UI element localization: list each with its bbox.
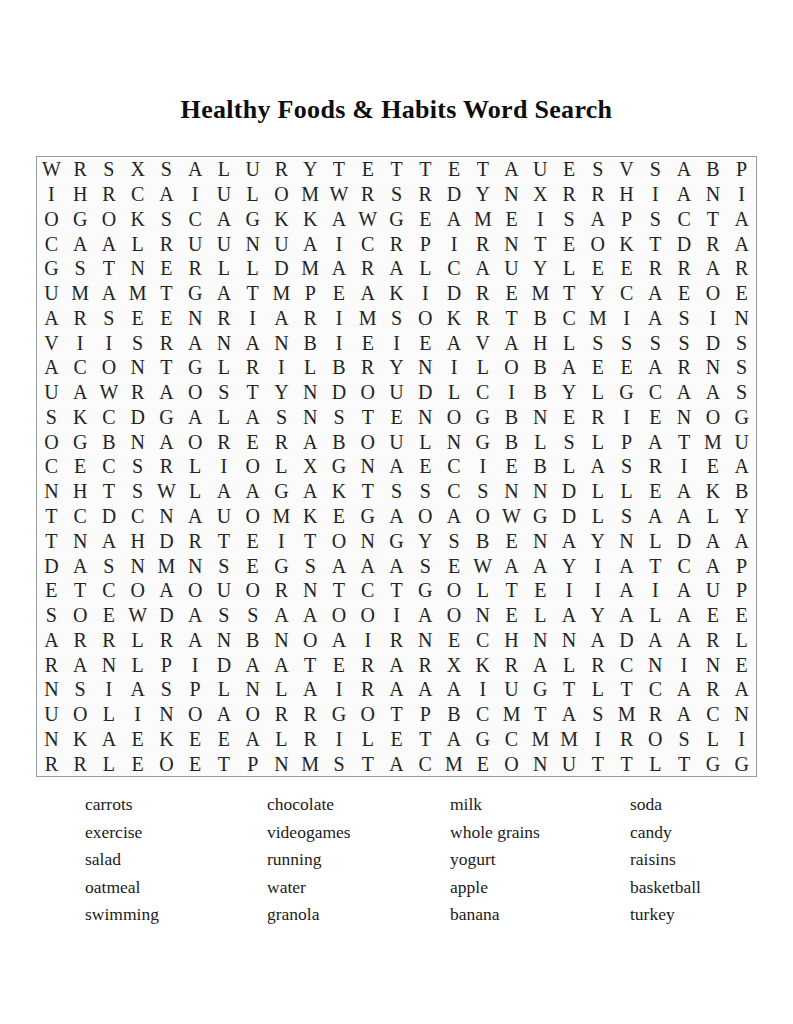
grid-cell: R [583, 182, 612, 207]
grid-cell: S [95, 553, 124, 578]
word-bank-item: videogames [267, 819, 351, 847]
grid-cell: T [583, 751, 612, 776]
grid-cell: N [411, 355, 440, 380]
grid-cell: T [152, 355, 181, 380]
grid-cell: S [382, 306, 411, 331]
word-bank-item: salad [85, 846, 159, 874]
grid-cell: T [526, 702, 555, 727]
grid-cell: B [238, 627, 267, 652]
grid-cell: L [583, 677, 612, 702]
grid-cell: A [181, 603, 210, 628]
grid-cell: G [181, 355, 210, 380]
grid-cell: U [210, 504, 239, 529]
grid-cell: N [123, 355, 152, 380]
grid-cell: G [66, 429, 95, 454]
grid-cell: E [497, 603, 526, 628]
grid-cell: R [641, 454, 670, 479]
grid-cell: C [440, 256, 469, 281]
grid-cell: A [440, 677, 469, 702]
grid-cell: C [468, 627, 497, 652]
grid-cell: I [37, 182, 66, 207]
grid-cell: Y [555, 553, 584, 578]
grid-cell: O [325, 603, 354, 628]
grid-cell: K [152, 726, 181, 751]
grid-cell: N [698, 355, 727, 380]
grid-cell: Y [267, 380, 296, 405]
grid-cell: A [95, 281, 124, 306]
grid-cell: T [612, 751, 641, 776]
grid-cell: L [123, 231, 152, 256]
grid-cell: T [411, 726, 440, 751]
grid-cell: R [670, 355, 699, 380]
grid-cell: A [583, 627, 612, 652]
grid-cell: S [612, 504, 641, 529]
grid-cell: U [181, 231, 210, 256]
grid-cell: E [583, 256, 612, 281]
grid-cell: U [238, 157, 267, 182]
grid-cell: B [727, 479, 756, 504]
grid-cell: K [468, 652, 497, 677]
grid-cell: K [698, 479, 727, 504]
grid-cell: E [698, 603, 727, 628]
grid-cell: C [612, 652, 641, 677]
grid-cell: N [152, 504, 181, 529]
grid-cell: R [353, 355, 382, 380]
grid-cell: E [353, 157, 382, 182]
grid-cell: E [123, 726, 152, 751]
grid-cell: O [641, 726, 670, 751]
grid-cell: S [555, 207, 584, 232]
grid-cell: M [612, 702, 641, 727]
grid-cell: E [66, 454, 95, 479]
grid-cell: E [238, 528, 267, 553]
grid-cell: E [382, 405, 411, 430]
grid-cell: W [152, 479, 181, 504]
grid-cell: T [37, 504, 66, 529]
grid-cell: L [583, 380, 612, 405]
grid-cell: N [210, 627, 239, 652]
grid-cell: M [698, 429, 727, 454]
grid-cell: R [555, 182, 584, 207]
grid-cell: A [698, 553, 727, 578]
grid-cell: R [382, 627, 411, 652]
grid-cell: L [267, 677, 296, 702]
grid-cell: I [181, 182, 210, 207]
grid-cell: O [238, 454, 267, 479]
grid-cell: L [210, 355, 239, 380]
grid-cell: N [210, 330, 239, 355]
grid-cell: S [411, 553, 440, 578]
grid-cell: I [670, 454, 699, 479]
grid-cell: U [37, 702, 66, 727]
word-bank-item: raisins [630, 846, 701, 874]
grid-cell: I [325, 231, 354, 256]
grid-cell: R [66, 306, 95, 331]
grid-cell: T [698, 207, 727, 232]
grid-cell: W [497, 504, 526, 529]
grid-cell: M [296, 751, 325, 776]
grid-cell: S [670, 726, 699, 751]
grid-cell: A [181, 405, 210, 430]
grid-cell: T [612, 677, 641, 702]
grid-cell: G [325, 454, 354, 479]
grid-cell: G [267, 479, 296, 504]
grid-cell: I [497, 380, 526, 405]
grid-cell: L [210, 405, 239, 430]
grid-cell: C [440, 454, 469, 479]
grid-cell: A [698, 256, 727, 281]
grid-cell: R [238, 355, 267, 380]
grid-cell: G [612, 380, 641, 405]
grid-cell: H [526, 330, 555, 355]
grid-cell: T [641, 553, 670, 578]
page-title: Healthy Foods & Habits Word Search [0, 95, 793, 125]
grid-cell: M [555, 726, 584, 751]
grid-cell: O [353, 603, 382, 628]
grid-cell: A [181, 627, 210, 652]
grid-cell: S [238, 603, 267, 628]
grid-cell: M [353, 306, 382, 331]
word-bank-item: yogurt [450, 846, 540, 874]
grid-cell: T [238, 281, 267, 306]
grid-cell: I [382, 330, 411, 355]
grid-cell: T [555, 677, 584, 702]
grid-cell: T [95, 256, 124, 281]
grid-cell: E [440, 553, 469, 578]
grid-cell: A [181, 157, 210, 182]
grid-cell: I [612, 405, 641, 430]
grid-cell: N [497, 182, 526, 207]
grid-cell: A [382, 256, 411, 281]
grid-cell: L [238, 256, 267, 281]
grid-cell: T [670, 751, 699, 776]
grid-cell: I [670, 652, 699, 677]
grid-cell: B [325, 355, 354, 380]
grid-cell: A [440, 207, 469, 232]
grid-cell: N [123, 429, 152, 454]
grid-cell: B [526, 355, 555, 380]
grid-cell: L [555, 256, 584, 281]
grid-cell: A [641, 281, 670, 306]
word-bank-item: banana [450, 901, 540, 929]
grid-cell: I [325, 306, 354, 331]
grid-cell: T [497, 578, 526, 603]
grid-cell: G [727, 405, 756, 430]
grid-cell: N [497, 479, 526, 504]
grid-cell: R [181, 256, 210, 281]
grid-cell: E [583, 355, 612, 380]
grid-cell: C [670, 207, 699, 232]
grid-cell: L [411, 256, 440, 281]
grid-cell: X [123, 157, 152, 182]
grid-cell: A [440, 504, 469, 529]
grid-cell: U [526, 157, 555, 182]
grid-cell: R [382, 231, 411, 256]
grid-cell: A [353, 553, 382, 578]
grid-cell: A [497, 330, 526, 355]
grid-cell: C [95, 405, 124, 430]
grid-cell: I [210, 454, 239, 479]
grid-cell: T [66, 578, 95, 603]
word-bank-item: basketball [630, 874, 701, 902]
grid-cell: A [382, 677, 411, 702]
grid-cell: E [727, 652, 756, 677]
word-bank-column: sodacandyraisinsbasketballturkey [630, 791, 701, 929]
grid-cell: L [210, 157, 239, 182]
grid-cell: O [181, 380, 210, 405]
grid-cell: A [66, 231, 95, 256]
grid-cell: S [641, 207, 670, 232]
grid-cell: R [37, 751, 66, 776]
grid-cell: W [353, 207, 382, 232]
grid-cell: D [670, 528, 699, 553]
grid-cell: O [238, 578, 267, 603]
grid-cell: C [66, 355, 95, 380]
grid-cell: U [497, 256, 526, 281]
grid-cell: I [583, 578, 612, 603]
grid-cell: N [238, 677, 267, 702]
grid-cell: L [526, 603, 555, 628]
grid-cell: M [123, 281, 152, 306]
grid-cell: R [698, 677, 727, 702]
word-bank-item: milk [450, 791, 540, 819]
grid-cell: N [411, 627, 440, 652]
grid-cell: D [37, 553, 66, 578]
grid-cell: O [325, 528, 354, 553]
grid-cell: A [440, 330, 469, 355]
grid-cell: C [181, 207, 210, 232]
grid-cell: E [382, 726, 411, 751]
grid-cell: E [210, 726, 239, 751]
grid-cell: G [152, 405, 181, 430]
grid-cell: N [353, 454, 382, 479]
grid-cell: N [612, 528, 641, 553]
grid-cell: E [497, 281, 526, 306]
grid-cell: S [440, 528, 469, 553]
grid-cell: N [468, 603, 497, 628]
grid-cell: G [468, 726, 497, 751]
grid-cell: I [698, 306, 727, 331]
grid-cell: S [210, 380, 239, 405]
grid-cell: L [727, 627, 756, 652]
grid-cell: G [382, 207, 411, 232]
grid-cell: O [123, 578, 152, 603]
grid-cell: I [727, 726, 756, 751]
grid-cell: E [152, 306, 181, 331]
grid-cell: E [526, 578, 555, 603]
word-bank-item: candy [630, 819, 701, 847]
grid-cell: P [727, 157, 756, 182]
grid-cell: B [526, 306, 555, 331]
grid-cell: E [123, 306, 152, 331]
grid-cell: A [95, 528, 124, 553]
grid-cell: L [468, 355, 497, 380]
grid-cell: O [440, 603, 469, 628]
grid-cell: Y [468, 182, 497, 207]
grid-cell: A [238, 652, 267, 677]
grid-cell: A [382, 652, 411, 677]
grid-cell: I [325, 726, 354, 751]
grid-cell: L [583, 504, 612, 529]
grid-cell: O [353, 429, 382, 454]
grid-cell: A [555, 528, 584, 553]
grid-cell: M [526, 281, 555, 306]
grid-cell: A [612, 578, 641, 603]
grid-cell: O [411, 306, 440, 331]
grid-cell: V [37, 330, 66, 355]
grid-cell: O [698, 405, 727, 430]
grid-cell: U [698, 578, 727, 603]
grid-cell: N [123, 553, 152, 578]
grid-cell: L [353, 726, 382, 751]
grid-cell: Y [296, 157, 325, 182]
grid-cell: I [267, 528, 296, 553]
grid-cell: D [555, 504, 584, 529]
grid-cell: A [238, 330, 267, 355]
grid-cell: M [267, 504, 296, 529]
grid-cell: I [555, 578, 584, 603]
grid-cell: A [382, 504, 411, 529]
grid-cell: H [123, 528, 152, 553]
grid-cell: M [152, 553, 181, 578]
grid-cell: R [353, 256, 382, 281]
grid-cell: S [641, 330, 670, 355]
grid-cell: S [670, 306, 699, 331]
grid-cell: U [497, 677, 526, 702]
grid-cell: Y [555, 380, 584, 405]
grid-cell: A [152, 182, 181, 207]
grid-cell: O [698, 281, 727, 306]
grid-cell: E [123, 751, 152, 776]
grid-cell: C [555, 306, 584, 331]
grid-cell: U [210, 231, 239, 256]
grid-cell: P [727, 578, 756, 603]
grid-cell: I [583, 553, 612, 578]
grid-cell: I [612, 306, 641, 331]
grid-cell: I [641, 578, 670, 603]
grid-cell: E [497, 207, 526, 232]
grid-cell: X [296, 454, 325, 479]
grid-cell: U [382, 429, 411, 454]
grid-cell: O [353, 380, 382, 405]
grid-cell: A [382, 454, 411, 479]
grid-cell: R [468, 231, 497, 256]
grid-cell: U [382, 380, 411, 405]
grid-cell: D [555, 479, 584, 504]
grid-cell: C [37, 454, 66, 479]
grid-cell: R [296, 306, 325, 331]
grid-cell: S [152, 677, 181, 702]
grid-cell: U [267, 231, 296, 256]
grid-cell: C [612, 281, 641, 306]
grid-cell: N [353, 528, 382, 553]
grid-cell: A [468, 256, 497, 281]
grid-cell: E [181, 726, 210, 751]
grid-cell: A [152, 380, 181, 405]
grid-cell: O [497, 355, 526, 380]
grid-cell: K [440, 306, 469, 331]
grid-cell: T [325, 578, 354, 603]
grid-cell: E [727, 603, 756, 628]
grid-cell: S [612, 454, 641, 479]
grid-cell: D [267, 256, 296, 281]
word-bank-item: swimming [85, 901, 159, 929]
grid-cell: T [296, 652, 325, 677]
grid-cell: B [468, 528, 497, 553]
grid-cell: S [95, 306, 124, 331]
grid-cell: R [66, 627, 95, 652]
grid-cell: A [555, 355, 584, 380]
grid-cell: R [95, 182, 124, 207]
grid-cell: N [526, 627, 555, 652]
grid-cell: E [555, 157, 584, 182]
grid-cell: I [66, 330, 95, 355]
grid-cell: P [612, 207, 641, 232]
grid-cell: L [238, 182, 267, 207]
grid-cell: B [296, 330, 325, 355]
grid-cell: E [641, 405, 670, 430]
grid-cell: T [210, 751, 239, 776]
grid-cell: R [727, 256, 756, 281]
grid-cell: A [526, 553, 555, 578]
grid-cell: A [325, 553, 354, 578]
grid-cell: A [210, 702, 239, 727]
grid-cell: E [325, 281, 354, 306]
grid-cell: A [555, 603, 584, 628]
grid-cell: A [123, 677, 152, 702]
grid-cell: N [267, 330, 296, 355]
grid-cell: L [411, 429, 440, 454]
grid-cell: R [353, 182, 382, 207]
grid-cell: A [641, 355, 670, 380]
grid-cell: N [727, 702, 756, 727]
grid-cell: A [727, 528, 756, 553]
grid-cell: A [670, 504, 699, 529]
grid-cell: A [670, 627, 699, 652]
grid-cell: R [66, 751, 95, 776]
grid-cell: N [37, 726, 66, 751]
grid-cell: A [670, 702, 699, 727]
grid-cell: A [382, 553, 411, 578]
grid-cell: R [468, 306, 497, 331]
grid-cell: W [95, 380, 124, 405]
grid-cell: W [468, 553, 497, 578]
grid-cell: G [468, 429, 497, 454]
grid-cell: T [95, 479, 124, 504]
grid-cell: C [353, 578, 382, 603]
grid-cell: G [325, 702, 354, 727]
grid-cell: R [296, 726, 325, 751]
grid-cell: R [411, 652, 440, 677]
grid-cell: L [95, 702, 124, 727]
grid-cell: O [440, 578, 469, 603]
grid-cell: R [296, 702, 325, 727]
grid-cell: I [325, 330, 354, 355]
grid-cell: A [296, 603, 325, 628]
grid-cell: D [152, 528, 181, 553]
grid-cell: Y [727, 504, 756, 529]
grid-cell: N [411, 405, 440, 430]
grid-cell: V [612, 157, 641, 182]
grid-cell: N [526, 528, 555, 553]
grid-cell: G [353, 504, 382, 529]
grid-cell: C [95, 454, 124, 479]
grid-cell: T [382, 157, 411, 182]
grid-cell: N [497, 231, 526, 256]
grid-cell: D [210, 652, 239, 677]
grid-cell: C [698, 702, 727, 727]
grid-cell: K [612, 231, 641, 256]
